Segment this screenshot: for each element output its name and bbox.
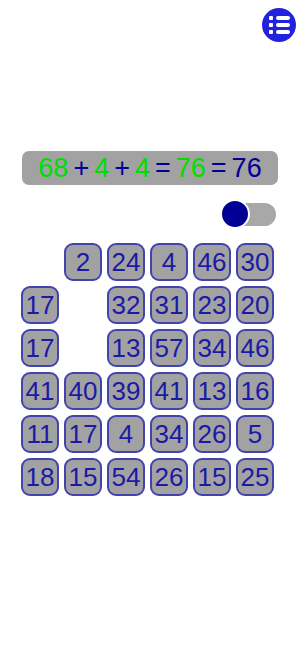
tile-r2c5[interactable]: 23 <box>193 286 231 324</box>
tile-r4c1[interactable]: 41 <box>21 372 59 410</box>
tile-r6c3[interactable]: 54 <box>107 458 145 496</box>
tile-r4c5[interactable]: 13 <box>193 372 231 410</box>
tile-r5c6[interactable]: 5 <box>236 415 274 453</box>
equation-operator: + <box>73 151 89 185</box>
tile-r3c6[interactable]: 46 <box>236 329 274 367</box>
tile-r1c3[interactable]: 24 <box>107 243 145 281</box>
mode-toggle[interactable] <box>220 199 278 230</box>
empty-cell <box>21 243 59 281</box>
menu-button[interactable] <box>262 8 296 42</box>
equation-operator: + <box>114 151 130 185</box>
tile-r5c2[interactable]: 17 <box>64 415 102 453</box>
tile-r1c5[interactable]: 46 <box>193 243 231 281</box>
tile-r6c6[interactable]: 25 <box>236 458 274 496</box>
tile-r6c5[interactable]: 15 <box>193 458 231 496</box>
equation-operator: = <box>211 151 227 185</box>
toggle-knob <box>220 199 250 229</box>
game-screen: 68+4+4=76=76 224446301732312320171357344… <box>0 0 300 649</box>
tile-r5c4[interactable]: 34 <box>150 415 188 453</box>
tile-r1c4[interactable]: 4 <box>150 243 188 281</box>
equation-sum: 76 <box>176 151 206 185</box>
tile-r1c6[interactable]: 30 <box>236 243 274 281</box>
tile-r4c6[interactable]: 16 <box>236 372 274 410</box>
tile-r1c2[interactable]: 2 <box>64 243 102 281</box>
list-menu-icon <box>269 16 290 34</box>
tile-r5c3[interactable]: 4 <box>107 415 145 453</box>
tile-r3c4[interactable]: 57 <box>150 329 188 367</box>
equation-display: 68+4+4=76=76 <box>22 151 278 185</box>
tile-r6c1[interactable]: 18 <box>21 458 59 496</box>
equation-operand: 4 <box>135 151 150 185</box>
empty-cell <box>64 286 102 324</box>
equation-target: 76 <box>232 151 262 185</box>
tile-r4c4[interactable]: 41 <box>150 372 188 410</box>
tile-r3c3[interactable]: 13 <box>107 329 145 367</box>
equation-operand: 4 <box>94 151 109 185</box>
tile-r3c1[interactable]: 17 <box>21 329 59 367</box>
tile-grid: 2244463017323123201713573446414039411316… <box>21 243 274 496</box>
tile-r2c3[interactable]: 32 <box>107 286 145 324</box>
tile-r5c1[interactable]: 11 <box>21 415 59 453</box>
empty-cell <box>64 329 102 367</box>
tile-r6c2[interactable]: 15 <box>64 458 102 496</box>
tile-r5c5[interactable]: 26 <box>193 415 231 453</box>
tile-r2c6[interactable]: 20 <box>236 286 274 324</box>
tile-r2c1[interactable]: 17 <box>21 286 59 324</box>
tile-r3c5[interactable]: 34 <box>193 329 231 367</box>
tile-r2c4[interactable]: 31 <box>150 286 188 324</box>
tile-r6c4[interactable]: 26 <box>150 458 188 496</box>
tile-r4c3[interactable]: 39 <box>107 372 145 410</box>
tile-r4c2[interactable]: 40 <box>64 372 102 410</box>
equation-operand: 68 <box>38 151 68 185</box>
equation-operator: = <box>155 151 171 185</box>
